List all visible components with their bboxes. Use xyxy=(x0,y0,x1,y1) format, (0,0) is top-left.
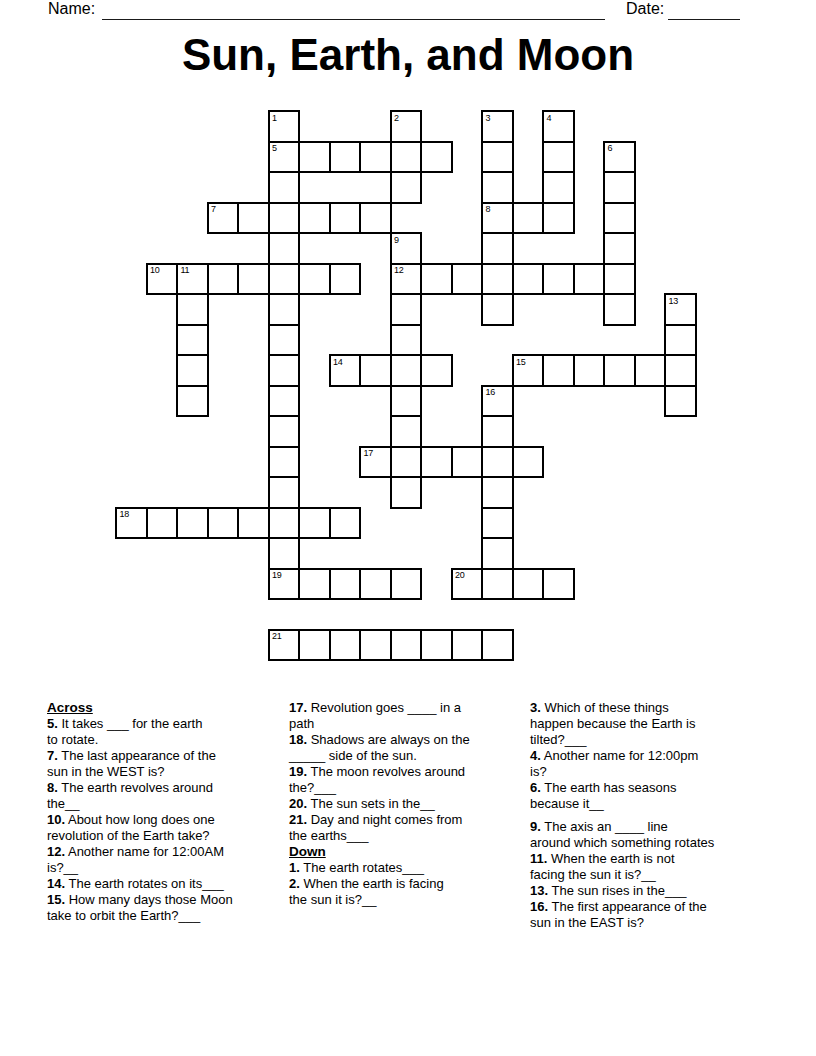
grid-cell[interactable] xyxy=(298,507,331,540)
clue-item-across-20: 20. The sun sets in the__ xyxy=(289,796,521,812)
clue-number: 20 xyxy=(455,570,464,580)
grid-cell[interactable] xyxy=(420,263,453,296)
clue-item-across-15: 15. How many days those Moon take to orb… xyxy=(47,892,287,924)
grid-cell[interactable] xyxy=(420,446,453,479)
grid-cell[interactable] xyxy=(268,263,301,296)
grid-cell[interactable] xyxy=(390,324,423,357)
grid-cell[interactable] xyxy=(542,263,575,296)
grid-cell[interactable] xyxy=(329,629,362,662)
clue-item-down-2: 2. When the earth is facing the sun it i… xyxy=(289,876,521,908)
clues-column-1: Across5. It takes ___ for the earth to r… xyxy=(47,700,287,924)
clue-item-across-14: 14. The earth rotates on its___ xyxy=(47,876,287,892)
grid-cell[interactable] xyxy=(512,568,545,601)
grid-cell[interactable] xyxy=(268,415,301,448)
clue-number: 11 xyxy=(181,265,190,275)
grid-cell[interactable] xyxy=(664,385,697,418)
grid-cell[interactable] xyxy=(298,568,331,601)
grid-cell[interactable] xyxy=(512,202,545,235)
clue-item-down-4: 4. Another name for 12:00pm is? xyxy=(530,748,768,780)
clue-number: 14 xyxy=(333,357,342,367)
grid-cell[interactable] xyxy=(390,446,423,479)
grid-cell[interactable] xyxy=(512,446,545,479)
clue-item-down-11: 11. When the earth is not facing the sun… xyxy=(530,851,768,883)
grid-cell[interactable]: 2 xyxy=(390,110,423,143)
grid-cell[interactable] xyxy=(329,568,362,601)
clues-column-2: 17. Revolution goes ____ in a path18. Sh… xyxy=(289,700,521,908)
grid-cell[interactable] xyxy=(390,171,423,204)
grid-cell[interactable] xyxy=(481,171,514,204)
grid-cell[interactable] xyxy=(329,141,362,174)
grid-cell[interactable] xyxy=(298,141,331,174)
clue-item-down-6: 6. The earth has seasons because it__ xyxy=(530,780,768,812)
grid-cell[interactable] xyxy=(481,537,514,570)
grid-cell[interactable] xyxy=(664,324,697,357)
grid-cell[interactable] xyxy=(573,354,606,387)
clues-column-3: 3. Which of these things happen because … xyxy=(530,700,768,931)
grid-cell[interactable] xyxy=(542,354,575,387)
clue-number: 6 xyxy=(608,143,613,153)
grid-cell[interactable] xyxy=(420,354,453,387)
grid-cell[interactable] xyxy=(481,629,514,662)
grid-cell[interactable] xyxy=(481,415,514,448)
grid-cell[interactable] xyxy=(176,293,209,326)
grid-cell[interactable]: 8 xyxy=(481,202,514,235)
grid-cell[interactable] xyxy=(481,507,514,540)
clue-number: 16 xyxy=(486,387,495,397)
clue-item-down-9: 9. The axis an ____ line around which so… xyxy=(530,819,768,851)
grid-cell[interactable] xyxy=(664,354,697,387)
grid-cell[interactable]: 3 xyxy=(481,110,514,143)
grid-cell[interactable] xyxy=(481,568,514,601)
grid-cell[interactable] xyxy=(542,202,575,235)
grid-cell[interactable] xyxy=(298,202,331,235)
grid-cell[interactable] xyxy=(268,446,301,479)
grid-cell[interactable] xyxy=(207,263,240,296)
grid-cell[interactable] xyxy=(237,507,270,540)
grid-cell[interactable] xyxy=(420,629,453,662)
clue-number: 10 xyxy=(150,265,159,275)
clue-item-across-17: 17. Revolution goes ____ in a path xyxy=(289,700,521,732)
clue-item-across-5: 5. It takes ___ for the earth to rotate. xyxy=(47,716,287,748)
clue-number: 5 xyxy=(272,143,277,153)
clue-number: 18 xyxy=(120,509,129,519)
grid-cell[interactable] xyxy=(390,293,423,326)
grid-cell[interactable] xyxy=(512,263,545,296)
across-heading: Across xyxy=(47,700,287,716)
grid-cell[interactable] xyxy=(268,171,301,204)
clue-item-across-10: 10. About how long does one revolution o… xyxy=(47,812,287,844)
grid-cell[interactable] xyxy=(176,507,209,540)
grid-cell[interactable] xyxy=(603,263,636,296)
grid-cell[interactable] xyxy=(268,293,301,326)
clue-item-down-16: 16. The first appearance of the sun in t… xyxy=(530,899,768,931)
clue-number: 7 xyxy=(211,204,216,214)
clue-number: 4 xyxy=(547,113,552,123)
clue-item-across-7: 7. The last appearance of the sun in the… xyxy=(47,748,287,780)
grid-cell[interactable] xyxy=(634,354,667,387)
clue-item-across-19: 19. The moon revolves around the?___ xyxy=(289,764,521,796)
grid-cell[interactable] xyxy=(390,354,423,387)
down-heading: Down xyxy=(289,844,521,860)
grid-cell[interactable]: 16 xyxy=(481,385,514,418)
grid-cell[interactable]: 1 xyxy=(268,110,301,143)
grid-cell[interactable] xyxy=(603,293,636,326)
grid-cell[interactable]: 7 xyxy=(207,202,240,235)
grid-cell[interactable] xyxy=(481,476,514,509)
grid-cell[interactable] xyxy=(451,629,484,662)
grid-cell[interactable] xyxy=(237,263,270,296)
clue-item-across-8: 8. The earth revolves around the__ xyxy=(47,780,287,812)
grid-cell[interactable] xyxy=(390,141,423,174)
grid-cell[interactable] xyxy=(603,354,636,387)
grid-cell[interactable] xyxy=(390,629,423,662)
grid-cell[interactable]: 11 xyxy=(176,263,209,296)
grid-cell[interactable] xyxy=(573,263,606,296)
grid-cell[interactable]: 12 xyxy=(390,263,423,296)
grid-cell[interactable] xyxy=(237,202,270,235)
clue-item-across-18: 18. Shadows are always on the _____ side… xyxy=(289,732,521,764)
grid-cell[interactable]: 21 xyxy=(268,629,301,662)
grid-cell[interactable] xyxy=(329,507,362,540)
grid-cell[interactable]: 14 xyxy=(329,354,362,387)
grid-cell[interactable] xyxy=(603,171,636,204)
grid-cell[interactable] xyxy=(603,232,636,265)
crossword-grid: 123456789101112131415161718192021 xyxy=(0,0,816,700)
clue-item-down-13: 13. The sun rises in the___ xyxy=(530,883,768,899)
grid-cell[interactable] xyxy=(542,141,575,174)
grid-cell[interactable] xyxy=(542,171,575,204)
grid-cell[interactable] xyxy=(146,507,179,540)
grid-cell[interactable] xyxy=(390,385,423,418)
grid-cell[interactable] xyxy=(481,232,514,265)
grid-cell[interactable] xyxy=(481,293,514,326)
grid-cell[interactable] xyxy=(359,568,392,601)
grid-cell[interactable] xyxy=(298,629,331,662)
clue-number: 9 xyxy=(394,235,399,245)
grid-cell[interactable] xyxy=(390,476,423,509)
grid-cell[interactable] xyxy=(542,568,575,601)
grid-cell[interactable] xyxy=(329,202,362,235)
grid-cell[interactable] xyxy=(481,141,514,174)
grid-cell[interactable] xyxy=(481,446,514,479)
grid-cell[interactable] xyxy=(268,354,301,387)
clue-number: 21 xyxy=(272,631,281,641)
grid-cell[interactable] xyxy=(268,232,301,265)
grid-cell[interactable] xyxy=(603,202,636,235)
grid-cell[interactable] xyxy=(481,263,514,296)
grid-cell[interactable] xyxy=(268,476,301,509)
grid-cell[interactable] xyxy=(268,507,301,540)
clue-number: 19 xyxy=(272,570,281,580)
clue-number: 1 xyxy=(272,113,277,123)
clue-number: 12 xyxy=(394,265,403,275)
grid-cell[interactable] xyxy=(298,263,331,296)
worksheet-page: Name: Date: Sun, Earth, and Moon 1234567… xyxy=(0,0,816,1056)
grid-cell[interactable]: 18 xyxy=(115,507,148,540)
grid-cell[interactable] xyxy=(268,385,301,418)
clue-number: 3 xyxy=(486,113,491,123)
grid-cell[interactable]: 17 xyxy=(359,446,392,479)
grid-cell[interactable] xyxy=(176,385,209,418)
grid-cell[interactable]: 6 xyxy=(603,141,636,174)
grid-cell[interactable] xyxy=(359,354,392,387)
grid-cell[interactable] xyxy=(207,507,240,540)
grid-cell[interactable] xyxy=(359,629,392,662)
grid-cell[interactable] xyxy=(176,324,209,357)
grid-cell[interactable] xyxy=(420,141,453,174)
grid-cell[interactable]: 19 xyxy=(268,568,301,601)
grid-cell[interactable] xyxy=(451,446,484,479)
clue-item-down-3: 3. Which of these things happen because … xyxy=(530,700,768,748)
clue-item-across-12: 12. Another name for 12:00AM is?__ xyxy=(47,844,287,876)
clue-item-down-1: 1. The earth rotates___ xyxy=(289,860,521,876)
grid-cell[interactable] xyxy=(268,324,301,357)
grid-cell[interactable]: 9 xyxy=(390,232,423,265)
grid-cell[interactable]: 20 xyxy=(451,568,484,601)
clue-number: 8 xyxy=(486,204,491,214)
grid-cell[interactable] xyxy=(359,141,392,174)
grid-cell[interactable] xyxy=(176,354,209,387)
clue-item-across-21: 21. Day and night comes from the earths_… xyxy=(289,812,521,844)
grid-cell[interactable] xyxy=(451,263,484,296)
grid-cell[interactable]: 13 xyxy=(664,293,697,326)
grid-cell[interactable]: 10 xyxy=(146,263,179,296)
clue-number: 13 xyxy=(669,296,678,306)
grid-cell[interactable] xyxy=(268,202,301,235)
grid-cell[interactable] xyxy=(268,537,301,570)
grid-cell[interactable] xyxy=(390,415,423,448)
grid-cell[interactable] xyxy=(329,263,362,296)
grid-cell[interactable]: 4 xyxy=(542,110,575,143)
grid-cell[interactable]: 15 xyxy=(512,354,545,387)
grid-cell[interactable]: 5 xyxy=(268,141,301,174)
clue-number: 15 xyxy=(516,357,525,367)
grid-cell[interactable] xyxy=(390,568,423,601)
clue-number: 2 xyxy=(394,113,399,123)
grid-cell[interactable] xyxy=(359,202,392,235)
clue-number: 17 xyxy=(364,448,373,458)
